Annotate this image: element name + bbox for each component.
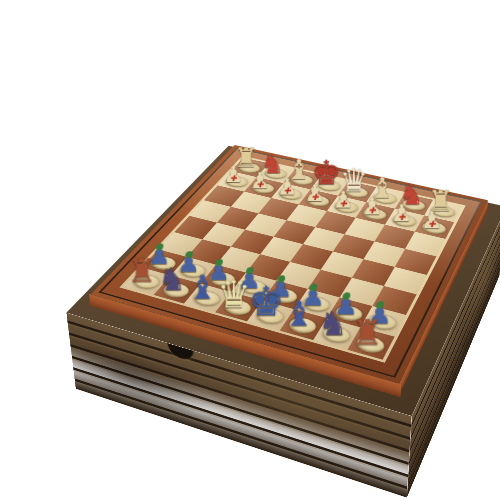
pawn-glyph: ♟✚ xyxy=(245,170,275,192)
bishop-glyph: ♝ xyxy=(185,271,220,304)
queen-glyph: ♛ xyxy=(216,275,251,313)
pawn-turban-accent: ● xyxy=(202,258,236,268)
pawn-turban-accent: ● xyxy=(362,300,398,310)
pawn-cross-accent: ✚ xyxy=(245,180,275,188)
pawn-cross-accent: ✚ xyxy=(357,206,388,215)
pawn-glyph: ♟✚ xyxy=(386,202,417,225)
pawn-turban-accent: ● xyxy=(172,250,206,259)
chess-set-photo: Rustic wooden chest chess set: hand-pain… xyxy=(40,16,460,484)
pawn-turban-accent: ● xyxy=(328,291,364,301)
pawn-cross-accent: ✚ xyxy=(416,220,448,229)
bishop-glyph: ♝ xyxy=(281,297,317,331)
pawn-glyph: ♟✚ xyxy=(272,176,302,199)
pawn-cross-accent: ✚ xyxy=(219,174,248,182)
king-glyph: ♚ xyxy=(248,282,284,322)
pawn-cross-accent: ✚ xyxy=(272,187,302,195)
rook-glyph: ♜ xyxy=(349,316,386,351)
pawn-glyph: ♟✚ xyxy=(416,208,448,232)
knight-glyph: ♞ xyxy=(314,307,351,340)
knight-glyph: ♞ xyxy=(155,264,190,295)
pawn-glyph: ♟✚ xyxy=(328,188,359,211)
pawn-cross-accent: ✚ xyxy=(386,213,417,222)
piece-crusaders-pawn: ♟✚ xyxy=(415,215,454,239)
pawn-glyph: ♟✚ xyxy=(219,164,248,186)
pawn-turban-accent: ● xyxy=(295,282,330,292)
pawn-cross-accent: ✚ xyxy=(300,193,330,202)
pawn-glyph: ♟✚ xyxy=(300,182,330,205)
pawn-cross-accent: ✚ xyxy=(328,199,359,208)
pawn-glyph: ♟✚ xyxy=(357,195,388,218)
chess-set-assembly: ♜♞♝♚♛♝♞♜♟✚♟✚♟✚♟✚♟✚♟✚♟✚♟✚♟●♟●♟●♟●♟●♟●♟●♟●… xyxy=(92,154,487,395)
